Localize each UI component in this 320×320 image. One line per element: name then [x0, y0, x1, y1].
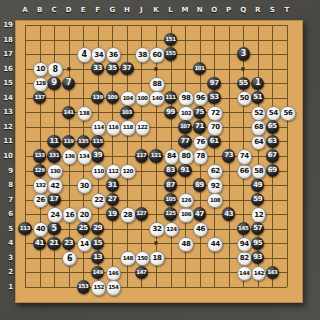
stone-M13: 102 — [178, 106, 193, 121]
grid-line-vertical — [287, 25, 288, 287]
row-label-18: 18 — [0, 36, 13, 44]
stone-L18: 151 — [164, 33, 177, 46]
stone-C7: 17 — [47, 193, 60, 206]
stone-R12: 68 — [251, 120, 266, 135]
stone-C11: 11 — [47, 135, 60, 148]
stone-H3: 148 — [120, 251, 135, 266]
stone-B5: 40 — [33, 222, 48, 237]
stone-G12: 116 — [106, 120, 121, 135]
stone-Q5: 145 — [237, 222, 250, 235]
stone-E8: 30 — [77, 178, 92, 193]
stone-R9: 58 — [251, 164, 266, 179]
stone-F5: 29 — [91, 222, 104, 235]
stone-R15: 1 — [251, 77, 264, 90]
stone-F4: 15 — [91, 237, 104, 250]
stone-R6: 12 — [251, 207, 266, 222]
stone-S2: 143 — [266, 266, 279, 279]
column-label-P: P — [222, 6, 236, 14]
stone-K10: 121 — [149, 149, 162, 162]
stone-B15: 128 — [33, 77, 48, 92]
column-label-G: G — [105, 6, 119, 14]
stone-L6: 125 — [164, 207, 177, 220]
stone-F16: 33 — [91, 62, 104, 75]
stone-K15: 88 — [149, 77, 164, 92]
stone-N10: 78 — [193, 149, 208, 164]
stone-E4: 14 — [77, 237, 92, 252]
row-label-16: 16 — [0, 65, 13, 73]
stone-E17: 4 — [77, 47, 92, 62]
stone-Q17: 3 — [237, 47, 250, 60]
row-label-10: 10 — [0, 152, 13, 160]
stone-R13: 52 — [251, 106, 266, 121]
stone-O9: 62 — [207, 164, 222, 179]
stone-L17: 155 — [164, 47, 177, 60]
stone-G8: 31 — [106, 178, 119, 191]
stone-Q10: 74 — [237, 149, 252, 164]
stone-N16: 101 — [193, 62, 206, 75]
stone-M11: 77 — [178, 135, 191, 148]
row-label-9: 9 — [0, 167, 13, 175]
stone-O11: 61 — [207, 135, 220, 148]
stone-C9: 130 — [47, 164, 62, 179]
row-label-14: 14 — [0, 94, 13, 102]
stone-F12: 114 — [91, 120, 106, 135]
row-label-12: 12 — [0, 123, 13, 131]
stone-H9: 120 — [120, 164, 135, 179]
row-label-19: 19 — [0, 21, 13, 29]
stone-D4: 23 — [62, 237, 75, 250]
grid-line-horizontal — [25, 200, 287, 201]
stone-F17: 34 — [91, 47, 106, 62]
column-label-J: J — [134, 6, 148, 14]
row-label-15: 15 — [0, 79, 13, 87]
stone-C16: 8 — [47, 62, 62, 77]
stone-B10: 133 — [33, 149, 46, 162]
row-label-11: 11 — [0, 137, 13, 145]
stone-L10: 84 — [164, 149, 179, 164]
stone-C5: 5 — [47, 222, 60, 235]
stone-N5: 46 — [193, 222, 208, 237]
stone-C15: 9 — [47, 77, 60, 90]
stone-O14: 53 — [207, 91, 220, 104]
stone-M7: 126 — [178, 193, 193, 208]
stone-J12: 122 — [135, 120, 150, 135]
stone-F7: 22 — [91, 193, 106, 208]
stone-Q4: 94 — [237, 237, 252, 252]
stone-E10: 134 — [77, 149, 92, 164]
stone-G14: 109 — [106, 91, 119, 104]
stone-E1: 153 — [77, 280, 90, 293]
stone-K14: 140 — [149, 91, 164, 106]
stone-C10: 131 — [47, 149, 60, 162]
stone-D11: 119 — [62, 135, 75, 148]
star-point-D16 — [67, 67, 71, 71]
stone-F2: 149 — [91, 266, 104, 279]
row-label-2: 2 — [0, 268, 13, 276]
row-label-4: 4 — [0, 239, 13, 247]
row-label-1: 1 — [0, 283, 13, 291]
stone-P10: 73 — [222, 149, 235, 162]
grid-line-horizontal — [25, 185, 287, 186]
stone-C4: 21 — [47, 237, 60, 250]
stone-B8: 132 — [33, 178, 48, 193]
stone-H16: 37 — [120, 62, 133, 75]
stone-T13: 56 — [280, 106, 295, 121]
stone-R8: 49 — [251, 178, 264, 191]
stone-N13: 75 — [193, 106, 206, 119]
stone-C6: 24 — [47, 207, 62, 222]
stone-R3: 93 — [251, 251, 264, 264]
stone-J2: 147 — [135, 266, 148, 279]
stone-N12: 71 — [193, 120, 206, 133]
stone-G6: 19 — [106, 207, 119, 220]
column-label-B: B — [33, 6, 47, 14]
stone-G2: 146 — [106, 266, 121, 281]
stone-O7: 108 — [207, 193, 222, 208]
stone-M9: 91 — [178, 164, 191, 177]
stone-M14: 98 — [178, 91, 193, 106]
stone-R11: 64 — [251, 135, 266, 150]
stone-B16: 10 — [33, 62, 48, 77]
stone-S13: 54 — [266, 106, 281, 121]
stone-Q9: 66 — [237, 164, 252, 179]
column-label-D: D — [62, 6, 76, 14]
stone-B14: 137 — [33, 91, 46, 104]
stone-G7: 27 — [106, 193, 119, 206]
goban-board: 1345678910111213141516171819202122232425… — [15, 20, 303, 303]
stone-J6: 127 — [135, 207, 148, 220]
stone-F14: 139 — [91, 91, 104, 104]
stone-R7: 59 — [251, 193, 264, 206]
stone-S10: 67 — [266, 149, 279, 162]
stone-D3: 6 — [62, 251, 77, 266]
star-point-K4 — [154, 241, 158, 245]
stone-G1: 154 — [106, 280, 121, 295]
column-label-T: T — [280, 6, 294, 14]
star-point-K16 — [154, 67, 158, 71]
stone-K3: 18 — [149, 251, 164, 266]
stone-G9: 112 — [106, 164, 121, 179]
row-label-6: 6 — [0, 210, 13, 218]
stone-J14: 100 — [135, 91, 150, 106]
stone-O13: 72 — [207, 106, 222, 121]
stone-L9: 83 — [164, 164, 177, 177]
stone-F1: 152 — [91, 280, 106, 295]
stone-Q14: 50 — [237, 91, 252, 106]
stone-D13: 141 — [62, 106, 75, 119]
stone-L7: 105 — [164, 193, 177, 206]
stone-A5: 113 — [18, 222, 31, 235]
row-label-13: 13 — [0, 108, 13, 116]
column-label-E: E — [76, 6, 90, 14]
column-label-A: A — [18, 6, 32, 14]
stone-D10: 136 — [62, 149, 77, 164]
stone-J10: 117 — [135, 149, 148, 162]
stone-D15: 7 — [62, 77, 75, 90]
stone-F3: 13 — [91, 251, 104, 264]
stone-J3: 150 — [135, 251, 150, 266]
stone-J17: 38 — [135, 47, 150, 62]
stone-L8: 87 — [164, 178, 177, 191]
stone-M12: 107 — [178, 120, 191, 133]
stone-R5: 57 — [251, 222, 264, 235]
stone-F9: 110 — [91, 164, 106, 179]
star-point-Q16 — [241, 67, 245, 71]
column-label-C: C — [47, 6, 61, 14]
stone-H14: 104 — [120, 91, 135, 106]
stone-L14: 111 — [164, 91, 177, 104]
stone-Q3: 82 — [237, 251, 252, 266]
column-label-L: L — [164, 6, 178, 14]
stone-S11: 63 — [266, 135, 279, 148]
stone-E11: 135 — [77, 135, 90, 148]
stone-D6: 16 — [62, 207, 77, 222]
column-label-H: H — [120, 6, 134, 14]
row-label-3: 3 — [0, 254, 13, 262]
stone-O15: 97 — [207, 77, 220, 90]
stone-C8: 42 — [47, 178, 62, 193]
grid-line-horizontal — [25, 287, 287, 288]
column-label-F: F — [91, 6, 105, 14]
stone-G17: 36 — [106, 47, 121, 62]
column-label-K: K — [149, 6, 163, 14]
stone-N6: 47 — [193, 207, 206, 220]
stone-R2: 142 — [251, 266, 266, 281]
stone-L5: 124 — [164, 222, 179, 237]
stone-M6: 106 — [178, 207, 193, 222]
stone-O12: 70 — [207, 120, 222, 135]
stone-H13: 103 — [120, 106, 133, 119]
row-label-5: 5 — [0, 225, 13, 233]
stone-K5: 32 — [149, 222, 164, 237]
column-label-O: O — [207, 6, 221, 14]
stone-E6: 20 — [77, 207, 92, 222]
stone-M10: 80 — [178, 149, 193, 164]
kifu-diagram: 1345678910111213141516171819202122232425… — [0, 0, 320, 320]
stone-R4: 95 — [251, 237, 264, 250]
stone-G16: 35 — [106, 62, 119, 75]
stone-N14: 96 — [193, 91, 208, 106]
stone-B4: 41 — [33, 237, 46, 250]
stone-E5: 25 — [77, 222, 90, 235]
stone-K17: 60 — [149, 47, 164, 62]
row-label-8: 8 — [0, 181, 13, 189]
column-label-M: M — [178, 6, 192, 14]
stone-R14: 51 — [251, 91, 264, 104]
stone-Q2: 144 — [237, 266, 252, 281]
stone-N8: 89 — [193, 178, 206, 191]
column-label-N: N — [193, 6, 207, 14]
stone-N11: 76 — [193, 135, 208, 150]
stone-M4: 48 — [178, 237, 193, 252]
stone-B9: 129 — [33, 164, 46, 177]
stone-F10: 39 — [91, 149, 104, 162]
stone-H12: 118 — [120, 120, 135, 135]
stone-S9: 69 — [266, 164, 279, 177]
column-label-Q: Q — [236, 6, 250, 14]
row-label-7: 7 — [0, 196, 13, 204]
stone-L13: 99 — [164, 106, 177, 119]
stone-H6: 28 — [120, 207, 135, 222]
stone-O8: 92 — [207, 178, 222, 193]
column-label-S: S — [265, 6, 279, 14]
stone-Q15: 55 — [237, 77, 250, 90]
stone-P6: 43 — [222, 207, 235, 220]
stone-F11: 115 — [91, 135, 104, 148]
stone-S12: 65 — [266, 120, 279, 133]
column-label-R: R — [251, 6, 265, 14]
stone-E13: 138 — [77, 106, 92, 121]
row-label-17: 17 — [0, 50, 13, 58]
stone-O4: 44 — [207, 237, 222, 252]
stone-B7: 26 — [33, 193, 48, 208]
